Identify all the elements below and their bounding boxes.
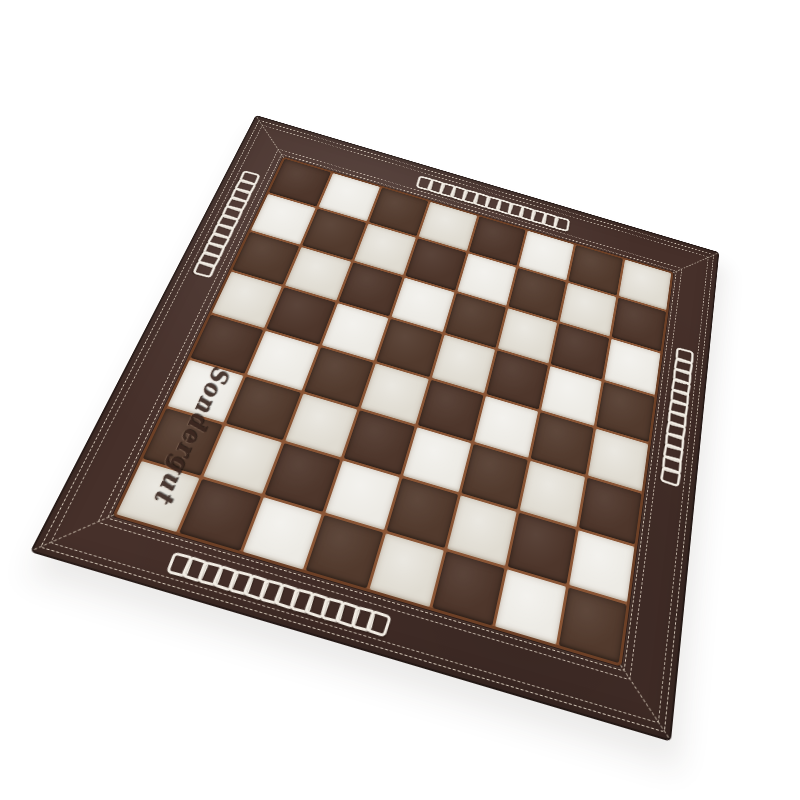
chain-link-icon <box>350 606 376 633</box>
chain-link-icon <box>668 398 689 418</box>
corner-miter-seam-top-right <box>670 253 718 274</box>
corner-miter-seam-top-left <box>257 117 286 160</box>
chain-link-icon <box>660 466 682 488</box>
board-tilt-wrapper: Sondergut <box>30 115 719 742</box>
chain-link-icon <box>665 432 685 452</box>
chain-link-icon <box>212 223 235 240</box>
chain-link-icon <box>238 170 260 186</box>
chain-link-icon <box>675 347 694 365</box>
corner-miter-seam-bottom-left <box>34 512 119 550</box>
chain-link-icon <box>472 192 491 209</box>
chain-link-icon <box>438 182 456 198</box>
chain-link-icon <box>673 367 692 386</box>
chain-link-icon <box>230 187 253 203</box>
chain-link-icon <box>304 592 332 620</box>
chain-link-icon <box>320 597 346 624</box>
chain-link-icon <box>234 178 257 195</box>
product-photo: Sondergut <box>0 0 800 800</box>
chain-link-icon <box>663 442 684 463</box>
chain-link-icon <box>449 185 468 202</box>
chain-link-icon <box>665 420 686 441</box>
chain-link-icon <box>289 588 316 615</box>
chain-link-icon <box>197 250 222 268</box>
chain-link-icon <box>670 388 689 407</box>
chain-link-icon <box>206 232 230 250</box>
chain-link-icon <box>518 205 537 222</box>
chain-link-icon <box>228 570 255 597</box>
chain-link-icon <box>461 189 479 205</box>
corner-miter-seam-bottom-right <box>617 660 669 737</box>
chain-link-icon <box>416 175 435 191</box>
chain-link-icon <box>507 202 525 218</box>
chain-link-icon <box>484 195 502 211</box>
chain-link-icon <box>212 565 241 593</box>
chain-link-icon <box>166 552 194 578</box>
chain-link-icon <box>225 196 249 213</box>
leather-chessboard-mat: Sondergut <box>30 115 719 742</box>
chain-link-icon <box>667 410 687 430</box>
chain-embroidery-right <box>662 360 692 468</box>
chain-link-icon <box>671 377 691 397</box>
chain-link-icon <box>365 610 392 638</box>
chain-link-icon <box>192 260 216 278</box>
chain-link-icon <box>662 454 682 475</box>
chain-link-icon <box>541 212 560 229</box>
chain-link-icon <box>242 574 271 602</box>
chain-link-icon <box>553 216 570 232</box>
chain-link-icon <box>530 209 547 225</box>
chain-link-icon <box>216 213 240 231</box>
chain-link-icon <box>202 241 226 258</box>
chain-link-icon <box>426 178 446 195</box>
chain-link-icon <box>221 205 244 222</box>
chain-link-icon <box>197 561 225 587</box>
chain-link-icon <box>673 357 693 376</box>
chain-link-icon <box>495 199 514 216</box>
chain-link-icon <box>181 556 210 583</box>
chain-link-icon <box>258 579 285 606</box>
chain-link-icon <box>334 601 361 629</box>
chain-link-icon <box>273 583 301 611</box>
